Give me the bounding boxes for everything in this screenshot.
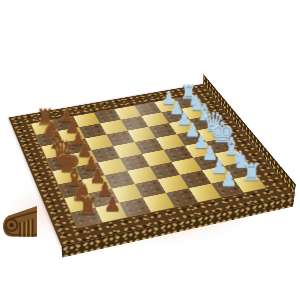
blue-pawn: ♟ [213,186,242,192]
chess-set-photo: ♜♞♝♛♚♝♞♜♟♟♟♟♟♟♟♟♟♟♟♟♟♟♟♟♜♞♝♛♚♝♞♜ [0,0,300,300]
copper-rook: ♜ [71,215,103,222]
scroll-foot-icon [2,205,38,239]
board-foot-left [2,205,38,239]
